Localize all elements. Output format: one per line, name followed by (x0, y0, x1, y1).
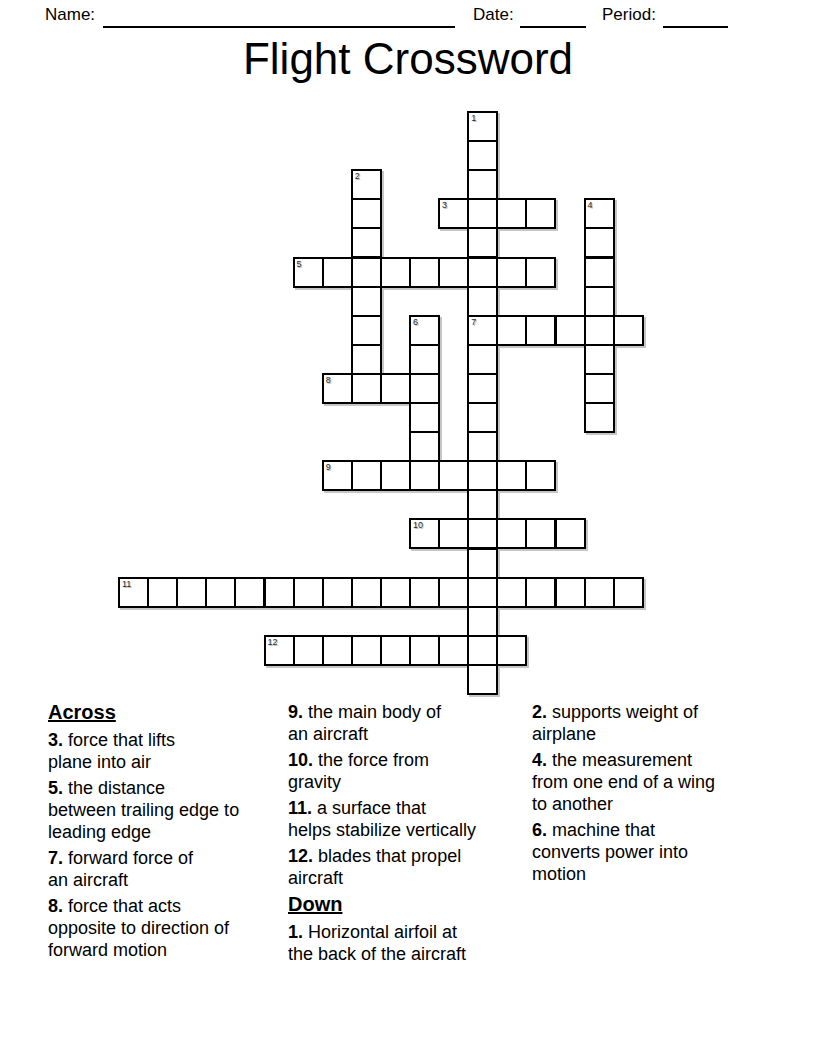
grid-cell-r16c7[interactable] (322, 577, 353, 608)
grid-cell-r3c11[interactable]: 3 (438, 198, 469, 229)
grid-cell-r14c14[interactable] (525, 518, 556, 549)
clue-text: force that acts opposite to direction of… (48, 896, 229, 960)
grid-cell-r16c11[interactable] (438, 577, 469, 608)
grid-cell-r16c16[interactable] (584, 577, 615, 608)
clue-text: force that lifts plane into air (48, 730, 175, 772)
grid-cell-r5c9[interactable] (380, 257, 411, 288)
grid-cell-r11c12[interactable] (467, 431, 498, 462)
grid-cell-r3c8[interactable] (351, 198, 382, 229)
clue-text: the distance between trailing edge to le… (48, 778, 239, 842)
grid-cell-r17c12[interactable] (467, 606, 498, 637)
grid-cell-r5c10[interactable] (409, 257, 440, 288)
grid-cell-r7c10[interactable]: 6 (409, 315, 440, 346)
grid-cell-r11c10[interactable] (409, 431, 440, 462)
crossword-grid: 123456789101112 (118, 111, 642, 693)
grid-cell-r3c14[interactable] (525, 198, 556, 229)
clue-across-5: 5. the distance between trailing edge to… (48, 777, 288, 843)
clue-num: 5. (48, 778, 63, 798)
grid-cell-r12c12[interactable] (467, 460, 498, 491)
down-heading: Down (288, 893, 534, 916)
grid-cell-r0c12[interactable]: 1 (467, 111, 498, 142)
grid-cell-r4c16[interactable] (584, 227, 615, 258)
clue-number-4: 4 (588, 200, 593, 210)
grid-cell-r5c13[interactable] (496, 257, 527, 288)
grid-cell-r7c8[interactable] (351, 315, 382, 346)
grid-cell-r8c10[interactable] (409, 344, 440, 375)
clue-column-3: 2. supports weight of airplane4. the mea… (532, 701, 784, 889)
date-blank[interactable] (520, 7, 586, 28)
clue-across-11: 11. a surface that helps stabilize verti… (288, 797, 534, 841)
down-heading-text: Down (288, 893, 342, 915)
grid-cell-r18c9[interactable] (380, 635, 411, 666)
grid-cell-r14c13[interactable] (496, 518, 527, 549)
clue-text: forward force of an aircraft (48, 848, 193, 890)
clue-number-6: 6 (413, 317, 418, 327)
clue-across-10: 10. the force from gravity (288, 749, 534, 793)
grid-cell-r16c8[interactable] (351, 577, 382, 608)
grid-cell-r14c11[interactable] (438, 518, 469, 549)
grid-cell-r15c12[interactable] (467, 548, 498, 579)
clue-num: 6. (532, 820, 547, 840)
grid-cell-r16c13[interactable] (496, 577, 527, 608)
grid-cell-r16c5[interactable] (264, 577, 295, 608)
grid-cell-r9c16[interactable] (584, 373, 615, 404)
grid-cell-r3c13[interactable] (496, 198, 527, 229)
grid-cell-r18c7[interactable] (322, 635, 353, 666)
clue-number-2: 2 (355, 171, 360, 181)
grid-cell-r18c5[interactable]: 12 (264, 635, 295, 666)
clue-across-8: 8. force that acts opposite to direction… (48, 895, 288, 961)
grid-cell-r18c12[interactable] (467, 635, 498, 666)
clue-number-1: 1 (471, 113, 476, 123)
clue-text: blades that propel aircraft (288, 846, 461, 888)
clue-column-2: 9. the main body of an aircraft10. the f… (288, 701, 534, 969)
grid-cell-r10c16[interactable] (584, 402, 615, 433)
grid-cell-r16c1[interactable] (147, 577, 178, 608)
grid-cell-r9c10[interactable] (409, 373, 440, 404)
grid-cell-r8c16[interactable] (584, 344, 615, 375)
grid-cell-r12c10[interactable] (409, 460, 440, 491)
clue-text: supports weight of airplane (532, 702, 698, 744)
clue-text: the main body of an aircraft (288, 702, 441, 744)
grid-cell-r16c15[interactable] (555, 577, 586, 608)
clue-column-1: Across3. force that lifts plane into air… (48, 701, 288, 965)
grid-cell-r5c11[interactable] (438, 257, 469, 288)
grid-cell-r7c16[interactable] (584, 315, 615, 346)
grid-cell-r13c12[interactable] (467, 489, 498, 520)
grid-cell-r12c13[interactable] (496, 460, 527, 491)
grid-cell-r16c10[interactable] (409, 577, 440, 608)
grid-cell-r12c11[interactable] (438, 460, 469, 491)
clue-down-6: 6. machine that converts power into moti… (532, 819, 784, 885)
grid-cell-r3c16[interactable]: 4 (584, 198, 615, 229)
across-heading-text: Across (48, 701, 116, 723)
grid-cell-r5c8[interactable] (351, 257, 382, 288)
clue-across-12: 12. blades that propel aircraft (288, 845, 534, 889)
grid-cell-r16c17[interactable] (613, 577, 644, 608)
clue-across-9: 9. the main body of an aircraft (288, 701, 534, 745)
grid-cell-r7c17[interactable] (613, 315, 644, 346)
clue-text: machine that converts power into motion (532, 820, 688, 884)
grid-cell-r8c12[interactable] (467, 344, 498, 375)
grid-cell-r1c12[interactable] (467, 140, 498, 171)
clue-num: 1. (288, 922, 303, 942)
period-blank[interactable] (663, 7, 728, 28)
grid-cell-r16c9[interactable] (380, 577, 411, 608)
grid-cell-r6c12[interactable] (467, 286, 498, 317)
across-heading: Across (48, 701, 288, 724)
clue-number-10: 10 (413, 520, 423, 530)
clue-number-9: 9 (326, 462, 331, 472)
clue-number-3: 3 (442, 200, 447, 210)
clue-num: 9. (288, 702, 303, 722)
grid-cell-r12c7[interactable]: 9 (322, 460, 353, 491)
worksheet-page: Name: Date: Period: Flight Crossword 123… (0, 0, 816, 1056)
grid-cell-r19c12[interactable] (467, 664, 498, 695)
grid-cell-r9c9[interactable] (380, 373, 411, 404)
grid-cell-r18c8[interactable] (351, 635, 382, 666)
grid-cell-r18c6[interactable] (293, 635, 324, 666)
clue-num: 4. (532, 750, 547, 770)
grid-cell-r5c6[interactable]: 5 (293, 257, 324, 288)
grid-cell-r5c16[interactable] (584, 257, 615, 288)
clue-num: 11. (288, 798, 312, 818)
clue-num: 7. (48, 848, 63, 868)
grid-cell-r9c12[interactable] (467, 373, 498, 404)
grid-cell-r4c12[interactable] (467, 227, 498, 258)
puzzle-title: Flight Crossword (0, 34, 816, 84)
clue-num: 12. (288, 846, 313, 866)
grid-cell-r2c12[interactable] (467, 169, 498, 200)
clue-across-3: 3. force that lifts plane into air (48, 729, 288, 773)
clue-number-8: 8 (326, 375, 331, 385)
grid-cell-r4c8[interactable] (351, 227, 382, 258)
grid-cell-r14c12[interactable] (467, 518, 498, 549)
grid-cell-r14c10[interactable]: 10 (409, 518, 440, 549)
grid-cell-r5c7[interactable] (322, 257, 353, 288)
grid-cell-r5c12[interactable] (467, 257, 498, 288)
grid-cell-r2c8[interactable]: 2 (351, 169, 382, 200)
grid-cell-r16c6[interactable] (293, 577, 324, 608)
grid-cell-r12c8[interactable] (351, 460, 382, 491)
grid-cell-r9c8[interactable] (351, 373, 382, 404)
grid-cell-r16c14[interactable] (525, 577, 556, 608)
grid-cell-r12c14[interactable] (525, 460, 556, 491)
period-label: Period: (602, 5, 656, 25)
clue-num: 8. (48, 896, 63, 916)
grid-cell-r3c12[interactable] (467, 198, 498, 229)
clue-text: the measurement from one end of a wing t… (532, 750, 715, 814)
clue-num: 2. (532, 702, 547, 722)
grid-cell-r16c3[interactable] (205, 577, 236, 608)
grid-cell-r16c0[interactable]: 11 (118, 577, 149, 608)
clue-across-7: 7. forward force of an aircraft (48, 847, 288, 891)
grid-cell-r10c10[interactable] (409, 402, 440, 433)
clue-down-4: 4. the measurement from one end of a win… (532, 749, 784, 815)
grid-cell-r6c16[interactable] (584, 286, 615, 317)
grid-cell-r18c10[interactable] (409, 635, 440, 666)
clue-text: a surface that helps stabilize verticall… (288, 798, 476, 840)
grid-cell-r18c13[interactable] (496, 635, 527, 666)
grid-cell-r7c13[interactable] (496, 315, 527, 346)
grid-cell-r7c14[interactable] (525, 315, 556, 346)
grid-cell-r16c2[interactable] (176, 577, 207, 608)
name-blank[interactable] (103, 7, 455, 28)
grid-cell-r7c15[interactable] (555, 315, 586, 346)
grid-cell-r7c12[interactable]: 7 (467, 315, 498, 346)
grid-cell-r18c11[interactable] (438, 635, 469, 666)
clue-number-7: 7 (471, 317, 476, 327)
date-label: Date: (473, 5, 514, 25)
clue-text: Horizontal airfoil at the back of the ai… (288, 922, 466, 964)
grid-cell-r5c14[interactable] (525, 257, 556, 288)
clue-down-2: 2. supports weight of airplane (532, 701, 784, 745)
clue-num: 3. (48, 730, 63, 750)
name-label: Name: (45, 5, 95, 25)
clue-num: 10. (288, 750, 313, 770)
grid-cell-r6c8[interactable] (351, 286, 382, 317)
grid-cell-r9c7[interactable]: 8 (322, 373, 353, 404)
grid-cell-r8c8[interactable] (351, 344, 382, 375)
clue-number-5: 5 (297, 259, 302, 269)
clue-down-1: 1. Horizontal airfoil at the back of the… (288, 921, 534, 965)
grid-cell-r12c9[interactable] (380, 460, 411, 491)
grid-cell-r16c12[interactable] (467, 577, 498, 608)
grid-cell-r14c15[interactable] (555, 518, 586, 549)
grid-cell-r10c12[interactable] (467, 402, 498, 433)
grid-cell-r16c4[interactable] (234, 577, 265, 608)
clue-number-11: 11 (122, 579, 131, 589)
clue-number-12: 12 (268, 637, 278, 647)
